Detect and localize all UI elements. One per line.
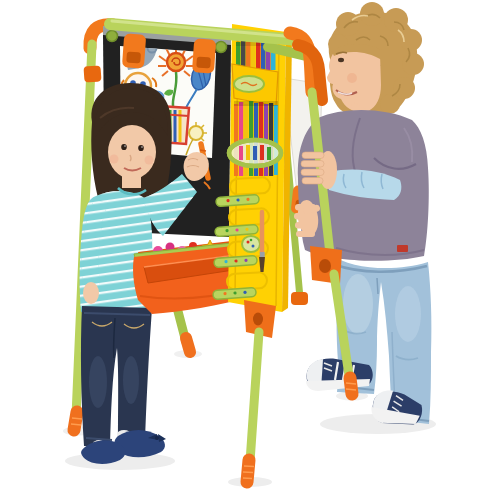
paper-clip-left: [122, 33, 146, 68]
girl-jeans: [81, 306, 152, 446]
rear-foot-cap: [186, 338, 190, 352]
board-knob-left: [107, 31, 118, 42]
girl-left-hand: [83, 282, 99, 304]
product-photo: [0, 0, 492, 492]
marker-holder: [229, 101, 281, 176]
right-foot-cap: [350, 378, 352, 394]
paper-clip-right: [192, 38, 216, 73]
left-foot-cap: [74, 412, 77, 430]
hem-tag: [397, 245, 408, 252]
board-knob-right: [216, 42, 227, 53]
girl-neck: [122, 172, 141, 188]
tube-connector: [291, 292, 308, 305]
scene-canvas: [0, 0, 492, 492]
left-tube-ring: [83, 65, 101, 82]
easel-front-leg: [243, 332, 259, 482]
